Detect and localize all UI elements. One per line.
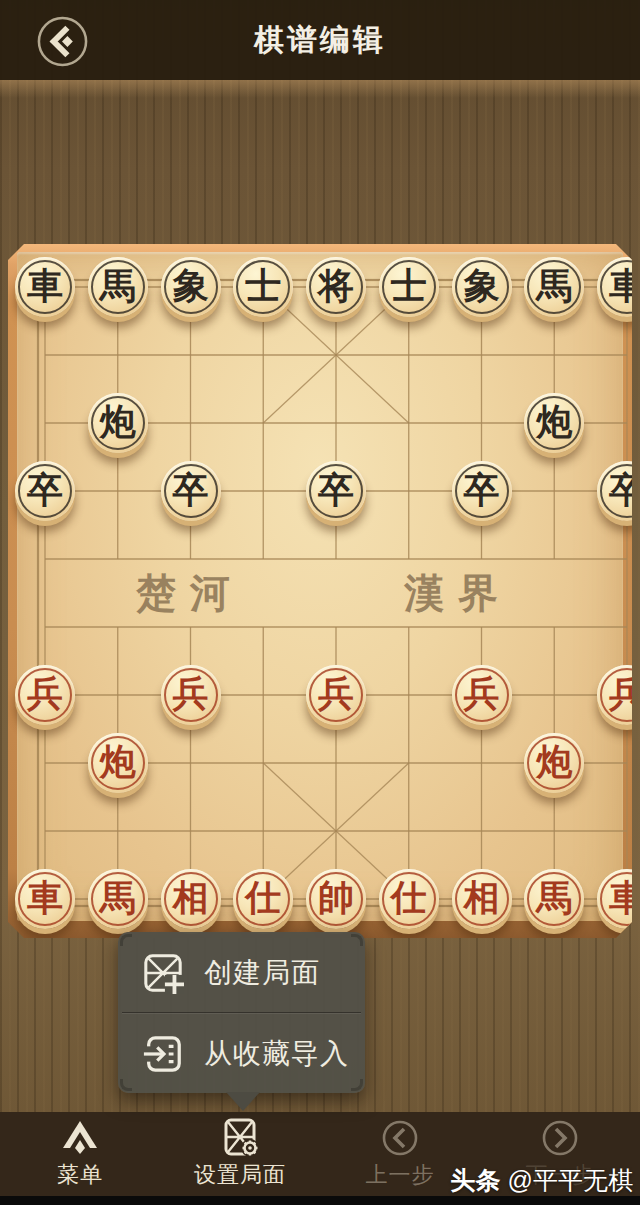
piece-red-炮[interactable]: 炮 (524, 733, 584, 793)
toolbar-label: 设置局面 (194, 1160, 286, 1190)
menu-icon (60, 1118, 100, 1158)
piece-glyph: 兵 (27, 676, 63, 712)
watermark-prefix: 头条 (451, 1166, 501, 1194)
menu-item-label: 创建局面 (204, 954, 320, 992)
piece-glyph: 相 (464, 880, 500, 916)
piece-glyph: 士 (391, 268, 427, 304)
piece-glyph: 士 (245, 268, 281, 304)
piece-red-兵[interactable]: 兵 (306, 665, 366, 725)
piece-glyph: 象 (464, 268, 500, 304)
header-glow (0, 80, 640, 98)
setup-popup-menu: 创建局面 从收藏导入 (118, 932, 365, 1093)
piece-glyph: 兵 (609, 676, 640, 712)
xiangqi-board[interactable]: 楚河 漢界 車馬象士将士象馬車炮炮卒卒卒卒卒兵兵兵兵兵炮炮車馬相仕帥仕相馬車 (8, 244, 632, 938)
piece-glyph: 車 (27, 268, 63, 304)
piece-glyph: 馬 (100, 880, 136, 916)
piece-glyph: 炮 (100, 744, 136, 780)
piece-black-将[interactable]: 将 (306, 257, 366, 317)
toolbar-label: 菜单 (57, 1160, 103, 1190)
piece-black-炮[interactable]: 炮 (524, 393, 584, 453)
piece-red-相[interactable]: 相 (161, 869, 221, 929)
piece-red-馬[interactable]: 馬 (524, 869, 584, 929)
piece-black-炮[interactable]: 炮 (88, 393, 148, 453)
setup-position-icon (220, 1118, 260, 1158)
piece-glyph: 車 (609, 268, 640, 304)
piece-red-兵[interactable]: 兵 (452, 665, 512, 725)
watermark-handle: @平平无棋 (508, 1166, 633, 1194)
piece-glyph: 車 (609, 880, 640, 916)
toolbar-label: 上一步 (366, 1160, 435, 1190)
piece-glyph: 帥 (318, 880, 354, 916)
piece-glyph: 卒 (318, 472, 354, 508)
piece-red-兵[interactable]: 兵 (15, 665, 75, 725)
river-label-left: 楚河 (136, 566, 244, 621)
app-screen: 棋谱编辑 楚河 漢界 車馬象士将士象馬車炮炮卒卒卒卒卒兵兵兵兵兵炮炮車馬相仕帥仕… (0, 0, 640, 1205)
previous-step-icon (380, 1118, 420, 1158)
piece-glyph: 卒 (464, 472, 500, 508)
piece-red-相[interactable]: 相 (452, 869, 512, 929)
piece-black-馬[interactable]: 馬 (524, 257, 584, 317)
import-from-favorites-icon (142, 1033, 184, 1075)
menu-item-label: 从收藏导入 (204, 1035, 349, 1073)
piece-black-馬[interactable]: 馬 (88, 257, 148, 317)
menu-item-create-position[interactable]: 创建局面 (118, 933, 365, 1012)
toolbar-menu-button[interactable]: 菜单 (0, 1112, 160, 1196)
piece-black-士[interactable]: 士 (379, 257, 439, 317)
next-step-icon (540, 1118, 580, 1158)
piece-glyph: 卒 (609, 472, 640, 508)
piece-glyph: 将 (318, 268, 354, 304)
piece-black-卒[interactable]: 卒 (15, 461, 75, 521)
piece-black-士[interactable]: 士 (233, 257, 293, 317)
piece-glyph: 炮 (536, 404, 572, 440)
piece-black-卒[interactable]: 卒 (161, 461, 221, 521)
piece-glyph: 仕 (391, 880, 427, 916)
piece-red-仕[interactable]: 仕 (233, 869, 293, 929)
create-position-icon (142, 952, 184, 994)
piece-glyph: 車 (27, 880, 63, 916)
piece-glyph: 相 (173, 880, 209, 916)
piece-glyph: 馬 (536, 880, 572, 916)
piece-glyph: 卒 (27, 472, 63, 508)
toolbar-setup-position-button[interactable]: 设置局面 (160, 1112, 320, 1196)
page-title: 棋谱编辑 (0, 0, 640, 80)
piece-red-兵[interactable]: 兵 (161, 665, 221, 725)
piece-glyph: 兵 (173, 676, 209, 712)
bottom-black-strip (0, 1196, 640, 1205)
piece-red-仕[interactable]: 仕 (379, 869, 439, 929)
piece-glyph: 仕 (245, 880, 281, 916)
piece-black-卒[interactable]: 卒 (306, 461, 366, 521)
piece-glyph: 馬 (536, 268, 572, 304)
piece-glyph: 卒 (173, 472, 209, 508)
piece-red-炮[interactable]: 炮 (88, 733, 148, 793)
piece-red-馬[interactable]: 馬 (88, 869, 148, 929)
piece-black-卒[interactable]: 卒 (452, 461, 512, 521)
header-bar: 棋谱编辑 (0, 0, 640, 80)
piece-red-帥[interactable]: 帥 (306, 869, 366, 929)
piece-glyph: 兵 (318, 676, 354, 712)
piece-black-車[interactable]: 車 (15, 257, 75, 317)
popup-pointer-arrow (226, 1092, 260, 1111)
piece-glyph: 象 (173, 268, 209, 304)
piece-glyph: 馬 (100, 268, 136, 304)
piece-glyph: 兵 (464, 676, 500, 712)
piece-glyph: 炮 (100, 404, 136, 440)
river-label-right: 漢界 (404, 566, 512, 621)
piece-red-車[interactable]: 車 (15, 869, 75, 929)
menu-item-import-from-favorites[interactable]: 从收藏导入 (118, 1014, 365, 1093)
piece-black-象[interactable]: 象 (452, 257, 512, 317)
board-grid (8, 244, 632, 938)
piece-glyph: 炮 (536, 744, 572, 780)
watermark: 头条@平平无棋 (451, 1164, 633, 1197)
piece-black-象[interactable]: 象 (161, 257, 221, 317)
